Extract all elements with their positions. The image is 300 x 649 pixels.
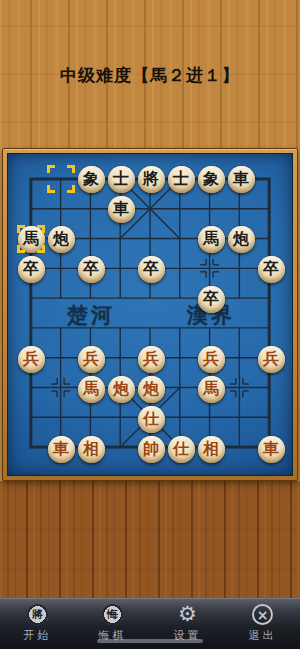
piece-black-soldier[interactable]: 卒 xyxy=(198,286,225,313)
piece-black-chariot[interactable]: 車 xyxy=(108,196,135,223)
start-button-label: 开始 xyxy=(24,628,52,643)
piece-black-chariot[interactable]: 車 xyxy=(228,166,255,193)
home-indicator[interactable] xyxy=(97,639,203,644)
gear-icon: ⚙ xyxy=(178,604,197,625)
piece-red-soldier[interactable]: 兵 xyxy=(198,346,225,373)
piece-red-advisor[interactable]: 仕 xyxy=(138,406,165,433)
piece-black-soldier[interactable]: 卒 xyxy=(78,256,105,283)
piece-red-chariot[interactable]: 車 xyxy=(258,436,285,463)
xiangqi-board: 楚河 漢界 象士將士象車車馬炮馬炮卒卒卒卒卒兵兵兵兵兵馬炮炮馬仕車相帥仕相車 xyxy=(2,148,298,481)
piece-black-soldier[interactable]: 卒 xyxy=(258,256,285,283)
piece-black-elephant[interactable]: 象 xyxy=(198,166,225,193)
piece-black-horse[interactable]: 馬 xyxy=(198,226,225,253)
piece-red-advisor[interactable]: 仕 xyxy=(168,436,195,463)
page-title: 中级难度【馬２进１】 xyxy=(0,64,300,87)
piece-black-advisor[interactable]: 士 xyxy=(108,166,135,193)
piece-red-horse[interactable]: 馬 xyxy=(198,376,225,403)
piece-red-soldier[interactable]: 兵 xyxy=(138,346,165,373)
piece-red-cannon[interactable]: 炮 xyxy=(138,376,165,403)
piece-red-elephant[interactable]: 相 xyxy=(78,436,105,463)
piece-black-cannon[interactable]: 炮 xyxy=(48,226,75,253)
piece-black-elephant[interactable]: 象 xyxy=(78,166,105,193)
piece-black-soldier[interactable]: 卒 xyxy=(18,256,45,283)
general-piece-icon: 將 xyxy=(27,604,48,625)
piece-red-soldier[interactable]: 兵 xyxy=(18,346,45,373)
piece-red-chariot[interactable]: 車 xyxy=(48,436,75,463)
river-label-chu-he: 楚河 xyxy=(67,301,115,329)
piece-red-soldier[interactable]: 兵 xyxy=(78,346,105,373)
app-screen: 中级难度【馬２进１】 楚河 漢界 象士將士象車車馬炮馬炮卒卒卒卒卒兵兵兵兵兵馬炮… xyxy=(0,0,300,649)
piece-black-general[interactable]: 將 xyxy=(138,166,165,193)
piece-red-cannon[interactable]: 炮 xyxy=(108,376,135,403)
piece-red-general[interactable]: 帥 xyxy=(138,436,165,463)
piece-red-soldier[interactable]: 兵 xyxy=(258,346,285,373)
exit-button[interactable]: × 退出 xyxy=(225,599,300,649)
piece-black-horse[interactable]: 馬 xyxy=(18,226,45,253)
board-felt[interactable]: 楚河 漢界 象士將士象車車馬炮馬炮卒卒卒卒卒兵兵兵兵兵馬炮炮馬仕車相帥仕相車 xyxy=(7,153,293,476)
start-button[interactable]: 將 开始 xyxy=(0,599,75,649)
piece-red-elephant[interactable]: 相 xyxy=(198,436,225,463)
undo-piece-icon: 悔 xyxy=(102,604,123,625)
exit-button-label: 退出 xyxy=(249,628,277,643)
piece-red-horse[interactable]: 馬 xyxy=(78,376,105,403)
piece-black-cannon[interactable]: 炮 xyxy=(228,226,255,253)
piece-black-advisor[interactable]: 士 xyxy=(168,166,195,193)
toolbar: 將 开始 悔 悔棋 ⚙ 设置 × 退出 xyxy=(0,598,300,649)
close-icon: × xyxy=(252,604,273,625)
piece-black-soldier[interactable]: 卒 xyxy=(138,256,165,283)
